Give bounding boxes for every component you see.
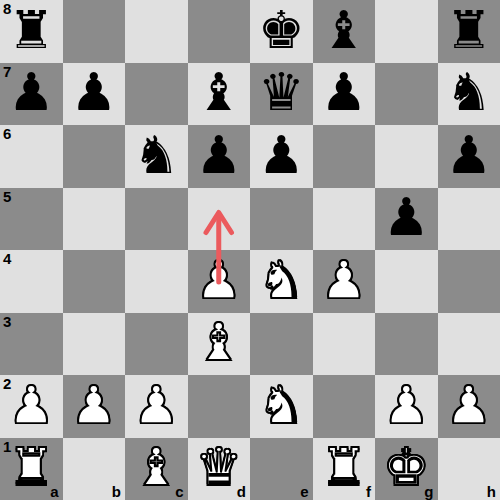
square-h6[interactable]: ♟ xyxy=(438,125,500,188)
square-e2[interactable]: ♞ xyxy=(250,375,313,438)
piece-white-pawn[interactable]: ♟ xyxy=(70,374,117,437)
piece-black-pawn[interactable]: ♟ xyxy=(70,61,117,124)
square-a4[interactable]: 4 xyxy=(0,250,63,313)
square-f2[interactable] xyxy=(313,375,376,438)
piece-black-knight[interactable]: ♞ xyxy=(133,124,180,187)
piece-black-pawn[interactable]: ♟ xyxy=(320,61,367,124)
file-label-g: g xyxy=(424,484,433,499)
piece-white-rook[interactable]: ♜ xyxy=(8,436,55,499)
square-b7[interactable]: ♟ xyxy=(63,63,126,126)
square-a7[interactable]: ♟7 xyxy=(0,63,63,126)
square-g4[interactable] xyxy=(375,250,438,313)
square-f3[interactable] xyxy=(313,313,376,376)
square-h4[interactable] xyxy=(438,250,500,313)
piece-black-pawn[interactable]: ♟ xyxy=(258,124,305,187)
piece-black-rook[interactable]: ♜ xyxy=(8,0,55,61)
file-label-h: h xyxy=(487,484,496,499)
square-d2[interactable] xyxy=(188,375,251,438)
piece-white-pawn[interactable]: ♟ xyxy=(133,374,180,437)
square-d8[interactable] xyxy=(188,0,251,63)
square-h1[interactable]: h xyxy=(438,438,500,500)
square-c4[interactable] xyxy=(125,250,188,313)
square-b2[interactable]: ♟ xyxy=(63,375,126,438)
square-b3[interactable] xyxy=(63,313,126,376)
square-c3[interactable] xyxy=(125,313,188,376)
chess-board-wrap: ♜8♚♝♜♟7♟♝♛♟♞6♞♟♟♟5♟4♟♞♟3♝♟2♟♟♞♟♟♜1ab♝c♛d… xyxy=(0,0,500,500)
square-b4[interactable] xyxy=(63,250,126,313)
square-g8[interactable] xyxy=(375,0,438,63)
square-f1[interactable]: ♜f xyxy=(313,438,376,500)
square-e3[interactable] xyxy=(250,313,313,376)
piece-black-bishop[interactable]: ♝ xyxy=(320,0,367,61)
square-a1[interactable]: ♜1a xyxy=(0,438,63,500)
square-c6[interactable]: ♞ xyxy=(125,125,188,188)
square-h3[interactable] xyxy=(438,313,500,376)
square-g7[interactable] xyxy=(375,63,438,126)
square-e8[interactable]: ♚ xyxy=(250,0,313,63)
square-b6[interactable] xyxy=(63,125,126,188)
square-c1[interactable]: ♝c xyxy=(125,438,188,500)
square-a8[interactable]: ♜8 xyxy=(0,0,63,63)
square-d1[interactable]: ♛d xyxy=(188,438,251,500)
piece-white-pawn[interactable]: ♟ xyxy=(195,249,242,312)
square-g3[interactable] xyxy=(375,313,438,376)
square-c7[interactable] xyxy=(125,63,188,126)
piece-black-pawn[interactable]: ♟ xyxy=(445,124,492,187)
file-label-d: d xyxy=(237,484,246,499)
square-g6[interactable] xyxy=(375,125,438,188)
square-c2[interactable]: ♟ xyxy=(125,375,188,438)
piece-black-queen[interactable]: ♛ xyxy=(258,61,305,124)
square-h2[interactable]: ♟ xyxy=(438,375,500,438)
square-e7[interactable]: ♛ xyxy=(250,63,313,126)
piece-white-pawn[interactable]: ♟ xyxy=(383,374,430,437)
piece-white-pawn[interactable]: ♟ xyxy=(445,374,492,437)
square-e6[interactable]: ♟ xyxy=(250,125,313,188)
square-f4[interactable]: ♟ xyxy=(313,250,376,313)
square-e1[interactable]: e xyxy=(250,438,313,500)
square-b1[interactable]: b xyxy=(63,438,126,500)
square-a6[interactable]: 6 xyxy=(0,125,63,188)
piece-white-bishop[interactable]: ♝ xyxy=(195,311,242,374)
file-label-c: c xyxy=(175,484,183,499)
piece-white-bishop[interactable]: ♝ xyxy=(133,436,180,499)
square-a5[interactable]: 5 xyxy=(0,188,63,251)
file-label-a: a xyxy=(50,484,58,499)
rank-label-7: 7 xyxy=(3,64,11,79)
square-b8[interactable] xyxy=(63,0,126,63)
rank-label-4: 4 xyxy=(3,251,11,266)
square-f7[interactable]: ♟ xyxy=(313,63,376,126)
piece-white-queen[interactable]: ♛ xyxy=(195,436,242,499)
square-d4[interactable]: ♟ xyxy=(188,250,251,313)
piece-white-pawn[interactable]: ♟ xyxy=(320,249,367,312)
square-c8[interactable] xyxy=(125,0,188,63)
square-g2[interactable]: ♟ xyxy=(375,375,438,438)
square-e5[interactable] xyxy=(250,188,313,251)
square-d7[interactable]: ♝ xyxy=(188,63,251,126)
piece-black-pawn[interactable]: ♟ xyxy=(383,186,430,249)
square-a2[interactable]: ♟2 xyxy=(0,375,63,438)
piece-white-pawn[interactable]: ♟ xyxy=(8,374,55,437)
rank-label-5: 5 xyxy=(3,189,11,204)
square-g5[interactable]: ♟ xyxy=(375,188,438,251)
piece-black-knight[interactable]: ♞ xyxy=(445,61,492,124)
piece-black-rook[interactable]: ♜ xyxy=(445,0,492,61)
rank-label-1: 1 xyxy=(3,439,11,454)
piece-black-bishop[interactable]: ♝ xyxy=(195,61,242,124)
rank-label-8: 8 xyxy=(3,1,11,16)
file-label-f: f xyxy=(366,484,371,499)
square-h7[interactable]: ♞ xyxy=(438,63,500,126)
square-a3[interactable]: 3 xyxy=(0,313,63,376)
rank-label-3: 3 xyxy=(3,314,11,329)
square-f6[interactable] xyxy=(313,125,376,188)
square-h8[interactable]: ♜ xyxy=(438,0,500,63)
rank-label-2: 2 xyxy=(3,376,11,391)
square-d5[interactable] xyxy=(188,188,251,251)
piece-white-knight[interactable]: ♞ xyxy=(258,249,305,312)
square-c5[interactable] xyxy=(125,188,188,251)
file-label-b: b xyxy=(112,484,121,499)
square-g1[interactable]: ♚g xyxy=(375,438,438,500)
square-d3[interactable]: ♝ xyxy=(188,313,251,376)
square-f8[interactable]: ♝ xyxy=(313,0,376,63)
piece-white-knight[interactable]: ♞ xyxy=(258,374,305,437)
square-d6[interactable]: ♟ xyxy=(188,125,251,188)
piece-white-king[interactable]: ♚ xyxy=(383,436,430,499)
piece-black-pawn[interactable]: ♟ xyxy=(8,61,55,124)
square-h5[interactable] xyxy=(438,188,500,251)
square-b5[interactable] xyxy=(63,188,126,251)
square-e4[interactable]: ♞ xyxy=(250,250,313,313)
chess-board: ♜8♚♝♜♟7♟♝♛♟♞6♞♟♟♟5♟4♟♞♟3♝♟2♟♟♞♟♟♜1ab♝c♛d… xyxy=(0,0,500,500)
square-f5[interactable] xyxy=(313,188,376,251)
piece-black-king[interactable]: ♚ xyxy=(258,0,305,61)
piece-white-rook[interactable]: ♜ xyxy=(320,436,367,499)
file-label-e: e xyxy=(300,484,308,499)
piece-black-pawn[interactable]: ♟ xyxy=(195,124,242,187)
rank-label-6: 6 xyxy=(3,126,11,141)
